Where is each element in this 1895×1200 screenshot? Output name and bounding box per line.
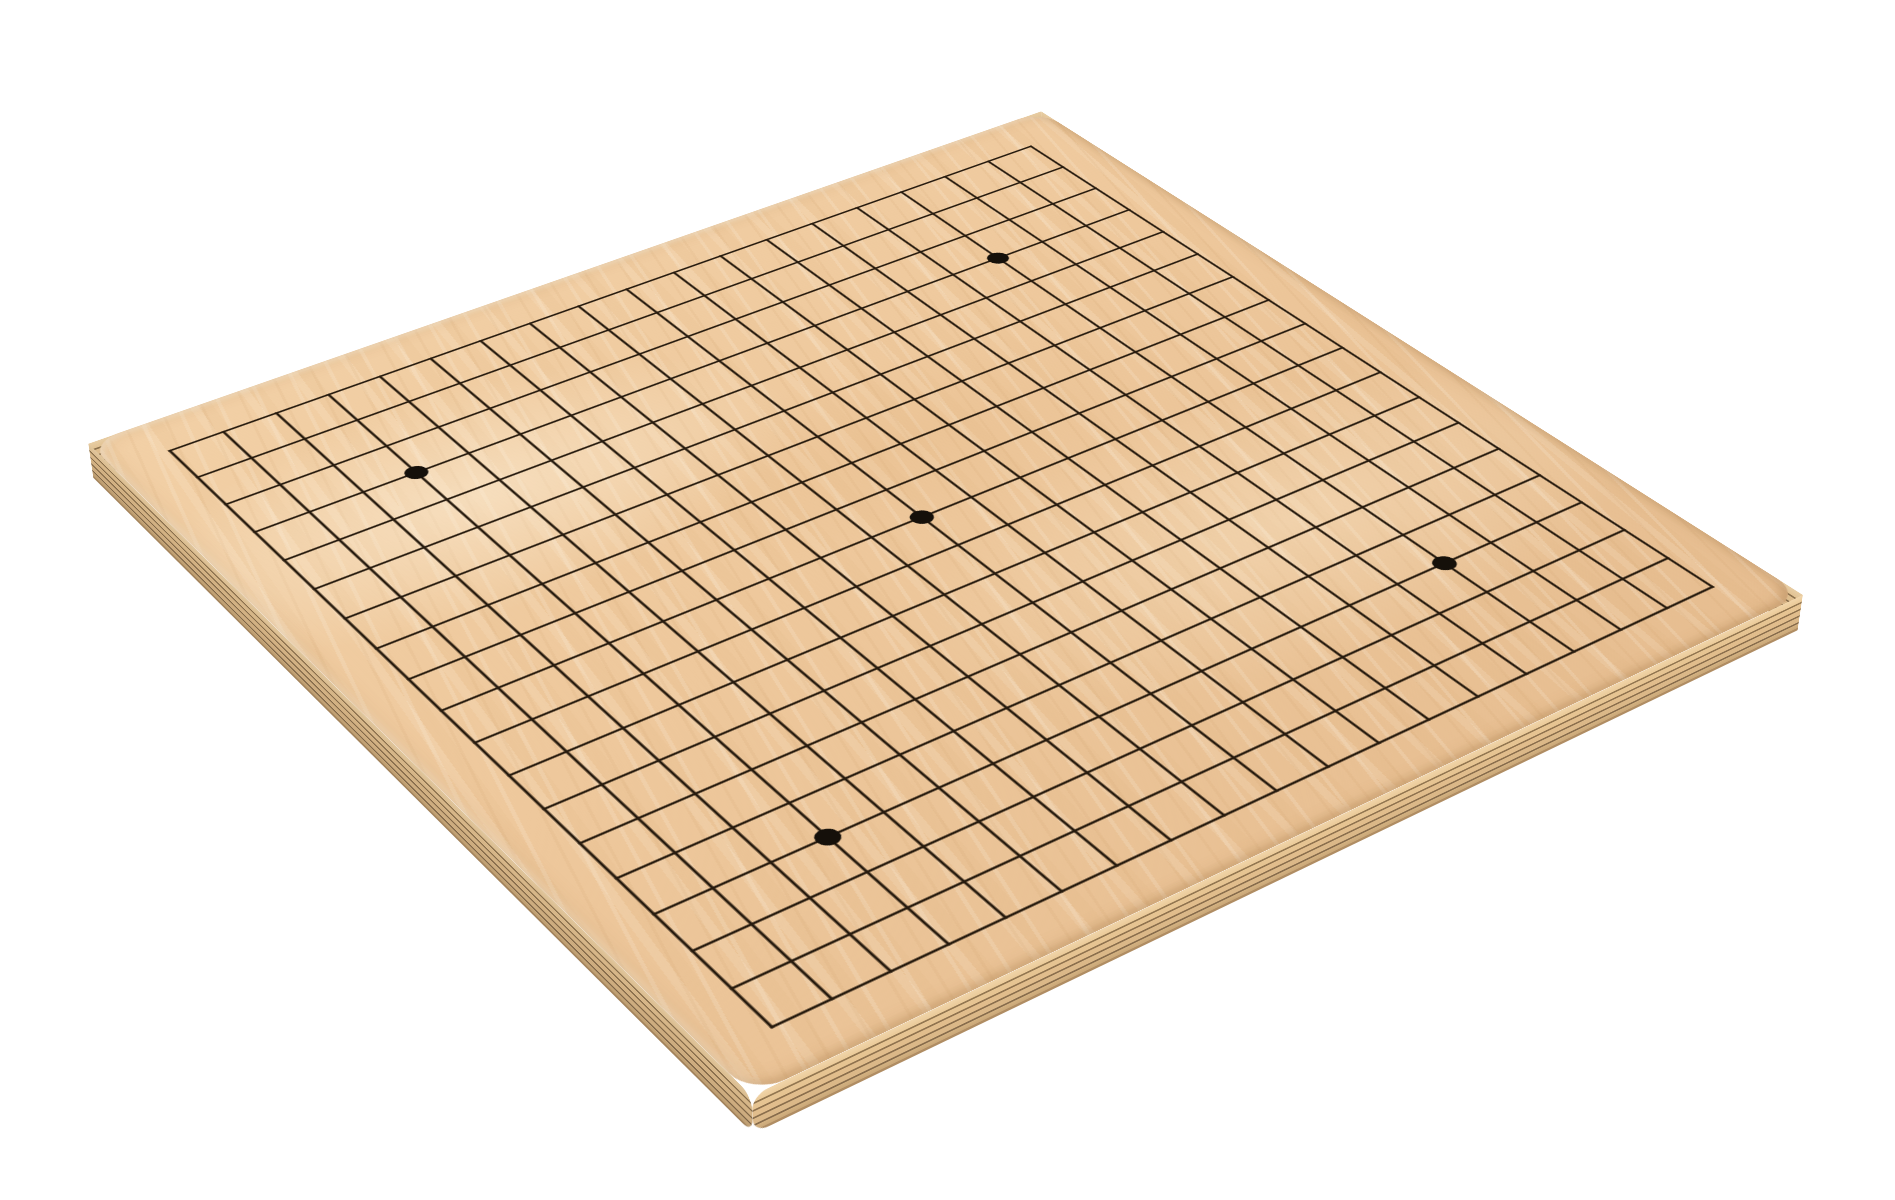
grid-line-horizontal-13 [544, 423, 1458, 809]
hoshi-point-D4 [808, 825, 846, 848]
board-top-face [88, 111, 1802, 1096]
grid-line-vertical-7 [480, 341, 1116, 866]
grid-line-vertical-14 [812, 224, 1478, 697]
grid-line-vertical-17 [945, 177, 1621, 630]
grid-line-vertical-8 [529, 323, 1170, 840]
go-board [93, 143, 1797, 1134]
grid-line-horizontal-17 [692, 530, 1624, 951]
grid-line-vertical-19 [1030, 146, 1712, 587]
grid-line-vertical-2 [223, 432, 831, 999]
grid-line-vertical-18 [988, 161, 1667, 608]
grid-line-vertical-3 [276, 413, 890, 971]
go-grid-svg [88, 111, 1802, 1096]
grid-line-vertical-13 [766, 240, 1428, 720]
grid-line-horizontal-18 [731, 558, 1667, 988]
hoshi-point-K10 [905, 508, 939, 527]
grid-line-horizontal-14 [579, 449, 1498, 844]
product-photo-background [0, 0, 1895, 1200]
hoshi-point-D16 [400, 463, 433, 481]
grid-line-vertical-12 [720, 256, 1378, 743]
grid-line-vertical-1 [169, 451, 771, 1027]
hoshi-point-Q16 [982, 250, 1013, 265]
grid-line-vertical-9 [578, 306, 1224, 815]
